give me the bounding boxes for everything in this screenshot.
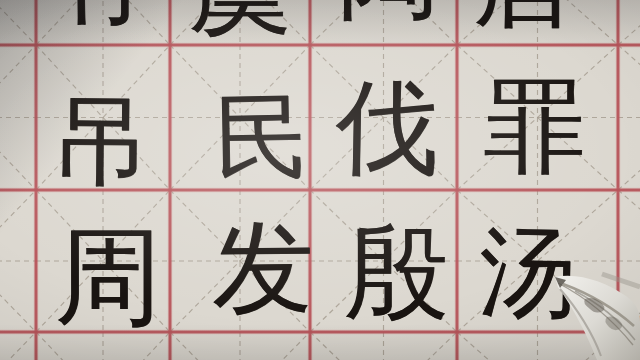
nib-top-edge-streak xyxy=(602,274,640,287)
pen xyxy=(0,0,640,360)
calligraphy-photo: 有 虞 陶 唐 吊 民 伐 罪 周 发 殷 汤 xyxy=(0,0,640,360)
